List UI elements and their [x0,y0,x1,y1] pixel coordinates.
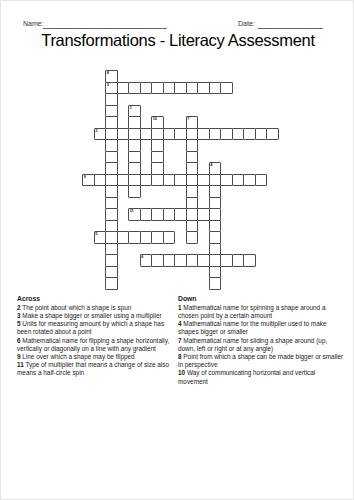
grid-cell[interactable] [197,254,210,267]
clue-number: 10 [153,117,157,121]
crossword-grid: 8311072491156 [82,70,292,295]
grid-cell[interactable] [163,231,176,244]
grid-cell[interactable] [174,174,187,187]
name-date-row: Name: Date: [1,15,354,31]
grid-cell[interactable]: 8 [105,70,118,83]
grid-cell[interactable]: 7 [186,116,199,129]
grid-cell[interactable] [128,185,141,198]
grid-cell[interactable] [197,208,210,221]
grid-cell[interactable] [209,185,222,198]
date-input-line[interactable] [258,15,323,29]
clue-item: 8 Point from which a shape can be made b… [178,353,346,369]
name-input-line[interactable] [43,15,167,29]
clue-number: 8 [107,71,109,75]
grid-cell[interactable] [105,185,118,198]
grid-cell[interactable] [209,277,222,290]
grid-cell[interactable] [174,254,187,267]
clue-number: 1 [130,106,132,110]
grid-cell[interactable] [255,174,268,187]
clue-number: 4 [210,163,212,167]
clue-number: 3 [107,83,109,87]
across-clue-list: 2 The point about which a shape is spun3… [17,304,178,378]
name-label: Name: [23,20,44,27]
clue-number: 9 [84,175,86,179]
grid-cell[interactable] [243,128,256,141]
grid-cell[interactable] [243,174,256,187]
grid-cell[interactable] [186,231,199,244]
page-title: Transformations - Literacy Assessment [1,31,354,50]
clue-number: 7 [187,117,189,121]
grid-cell[interactable] [197,174,210,187]
grid-cell[interactable] [151,174,164,187]
grid-cell[interactable] [220,82,233,95]
grid-cell[interactable] [220,254,233,267]
clue-number: 6 [141,255,143,259]
grid-cell[interactable] [243,254,256,267]
clue-item: 6 Mathematical name for flipping a shape… [17,337,178,353]
grid-cell[interactable] [105,116,118,129]
grid-cell[interactable] [220,174,233,187]
clue-item: 10 Way of communicating horizontal and v… [178,369,346,385]
grid-cell[interactable] [197,128,210,141]
grid-cell[interactable] [105,231,118,244]
grid-cell[interactable] [105,162,118,175]
grid-cell[interactable] [128,162,141,175]
across-clues: Across 2 The point about which a shape i… [17,295,178,378]
grid-cell[interactable]: 10 [151,116,164,129]
grid-cell[interactable] [105,277,118,290]
grid-cell[interactable] [186,162,199,175]
grid-cell[interactable] [197,82,210,95]
grid-cell[interactable] [151,254,164,267]
grid-cell[interactable] [105,254,118,267]
grid-cell[interactable] [186,185,199,198]
clue-number: 5 [95,232,97,236]
grid-cell[interactable] [151,82,164,95]
down-clue-list: 1 Mathematical name for spinning a shape… [178,304,346,386]
grid-cell[interactable] [174,208,187,221]
worksheet-page: Name: Date: Transformations - Literacy A… [0,0,354,500]
grid-cell[interactable] [174,82,187,95]
down-clues: Down 1 Mathematical name for spinning a … [178,295,346,386]
grid-cell[interactable] [209,208,222,221]
grid-cell[interactable] [220,128,233,141]
clue-item: 5 Units for measuring amount by which a … [17,320,178,336]
date-label: Date: [238,20,255,27]
grid-cell[interactable] [151,208,164,221]
grid-cell[interactable] [128,116,141,129]
clue-item: 11 Type of multiplier that means a chang… [17,361,178,377]
grid-cell[interactable]: 4 [209,162,222,175]
grid-cell[interactable] [105,93,118,106]
clue-item: 4 Mathematical name for the multiplier u… [178,320,346,336]
clue-item: 2 The point about which a shape is spun [17,304,178,312]
grid-cell[interactable] [128,231,141,244]
grid-cell[interactable] [128,139,141,152]
grid-cell[interactable] [128,82,141,95]
clue-item: 1 Mathematical name for spinning a shape… [178,304,346,320]
clue-number: 11 [130,209,134,213]
grid-cell[interactable] [266,128,279,141]
grid-cell[interactable] [105,208,118,221]
grid-cell[interactable] [174,128,187,141]
clue-item: 9 Line over which a shape may be flipped [17,353,178,361]
grid-cell[interactable] [209,231,222,244]
down-heading: Down [178,295,346,303]
grid-cell[interactable]: 11 [128,208,141,221]
clue-item: 7 Mathematical name for sliding a shape … [178,337,346,353]
grid-cell[interactable] [186,139,199,152]
grid-cell[interactable] [151,139,164,152]
grid-cell[interactable]: 9 [82,174,95,187]
grid-cell[interactable] [151,231,164,244]
clue-item: 3 Make a shape bigger or smaller using a… [17,312,178,320]
clue-number: 2 [95,129,97,133]
grid-cell[interactable] [151,162,164,175]
across-heading: Across [17,295,178,303]
grid-cell[interactable] [105,139,118,152]
